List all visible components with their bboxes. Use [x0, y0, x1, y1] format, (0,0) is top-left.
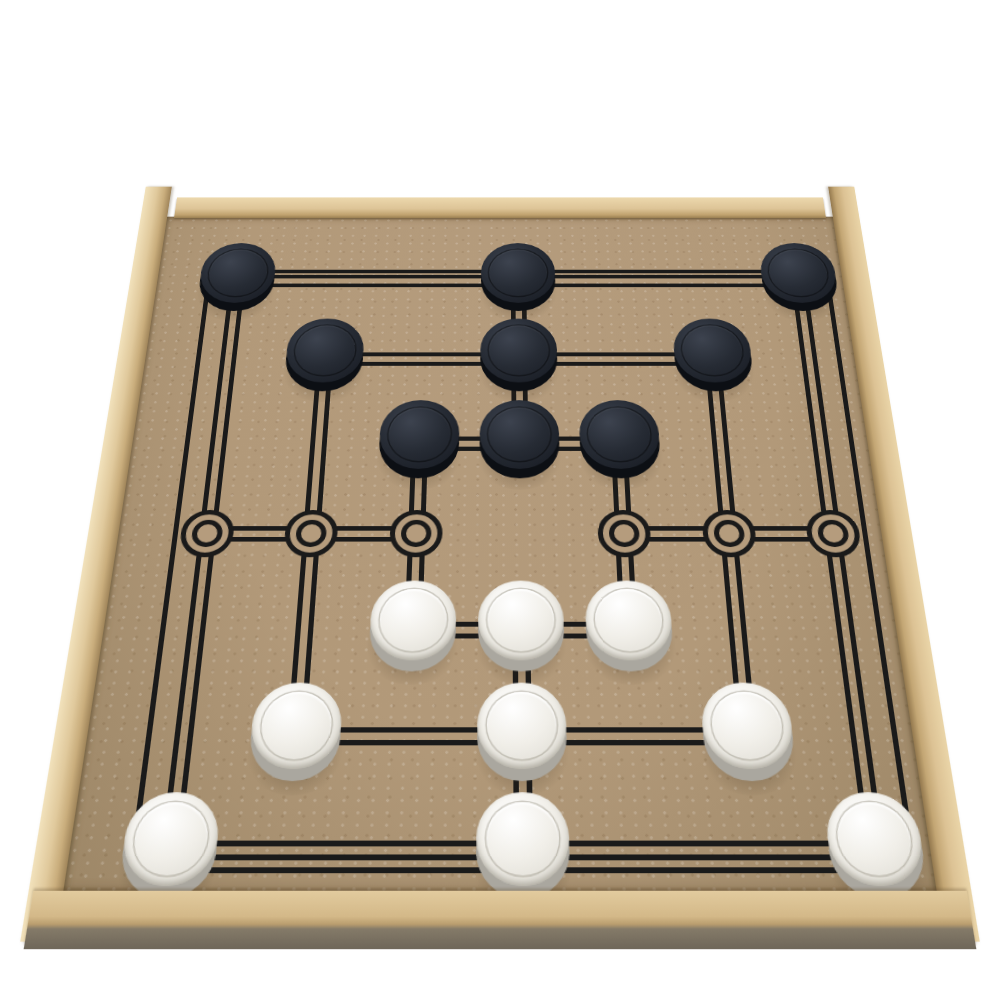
morris-grid [170, 281, 876, 851]
black-piece-f6[interactable] [672, 327, 755, 391]
black-piece-d6[interactable] [480, 327, 558, 391]
piece-top-face [481, 243, 556, 303]
black-piece-d7[interactable] [481, 251, 556, 311]
white-piece-b2[interactable] [247, 694, 343, 781]
piece-top-face [480, 319, 558, 383]
white-piece-d1[interactable] [476, 804, 571, 899]
white-piece-f2[interactable] [700, 694, 798, 781]
black-piece-c5[interactable] [377, 409, 459, 478]
piece-top-face [479, 400, 560, 469]
white-piece-c3[interactable] [367, 591, 456, 671]
white-piece-a1[interactable] [116, 804, 221, 899]
white-piece-e3[interactable] [585, 591, 675, 671]
product-photo-scene [0, 0, 1000, 1000]
wooden-tray [32, 199, 968, 927]
black-piece-g7[interactable] [758, 251, 840, 311]
white-piece-g1[interactable] [824, 804, 930, 899]
black-piece-b6[interactable] [283, 327, 365, 391]
black-piece-d5[interactable] [479, 409, 560, 478]
tray-rail-top [174, 197, 826, 218]
tray-rail-bottom [24, 891, 977, 949]
piece-top-face [476, 792, 571, 886]
white-piece-d2[interactable] [477, 694, 568, 781]
white-piece-d3[interactable] [478, 591, 565, 671]
piece-top-face [478, 581, 565, 661]
black-piece-a7[interactable] [196, 251, 277, 311]
black-piece-e5[interactable] [579, 409, 662, 478]
piece-top-face [477, 682, 568, 768]
board-surface [61, 217, 939, 891]
